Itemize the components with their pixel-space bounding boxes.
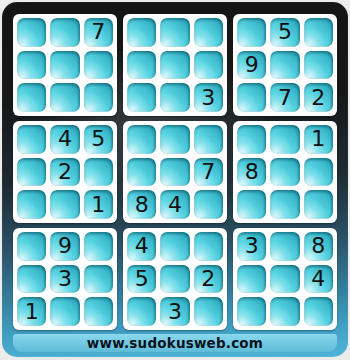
cell-r9c8[interactable]	[270, 297, 299, 326]
given-digit: 3	[168, 301, 182, 323]
cell-r6c9[interactable]	[304, 190, 333, 219]
cell-r7c9[interactable]: 8	[304, 232, 333, 261]
cell-r1c4[interactable]	[127, 18, 156, 47]
cell-r2c7[interactable]: 9	[237, 51, 266, 80]
given-digit: 3	[201, 87, 215, 109]
given-digit: 4	[311, 268, 325, 290]
cell-r7c5[interactable]	[160, 232, 189, 261]
cell-r1c8[interactable]: 5	[270, 18, 299, 47]
cell-r6c3[interactable]: 1	[84, 190, 113, 219]
cell-r7c3[interactable]	[84, 232, 113, 261]
cell-r9c2[interactable]	[50, 297, 79, 326]
box-3: 5972	[233, 14, 337, 116]
cell-r6c7[interactable]	[237, 190, 266, 219]
box-6: 18	[233, 121, 337, 223]
given-digit: 5	[91, 128, 105, 150]
cell-r3c8[interactable]: 7	[270, 83, 299, 112]
given-digit: 1	[311, 128, 325, 150]
cell-r4c5[interactable]	[160, 125, 189, 154]
cell-r8c6[interactable]: 2	[194, 265, 223, 294]
given-digit: 8	[245, 161, 259, 183]
cell-r9c1[interactable]: 1	[17, 297, 46, 326]
cell-r7c4[interactable]: 4	[127, 232, 156, 261]
cell-r5c7[interactable]: 8	[237, 158, 266, 187]
cell-r3c9[interactable]: 2	[304, 83, 333, 112]
box-2: 3	[123, 14, 227, 116]
cell-r1c7[interactable]	[237, 18, 266, 47]
cell-r8c2[interactable]: 3	[50, 265, 79, 294]
box-7: 931	[13, 228, 117, 330]
given-digit: 4	[168, 194, 182, 216]
given-digit: 8	[311, 235, 325, 257]
given-digit: 2	[311, 87, 325, 109]
cell-r2c5[interactable]	[160, 51, 189, 80]
cell-r6c4[interactable]: 8	[127, 190, 156, 219]
cell-r9c7[interactable]	[237, 297, 266, 326]
given-digit: 1	[25, 301, 39, 323]
given-digit: 9	[58, 235, 72, 257]
cell-r8c3[interactable]	[84, 265, 113, 294]
website-link[interactable]: www.sudokusweb.com	[87, 335, 263, 351]
given-digit: 3	[58, 268, 72, 290]
given-digit: 2	[201, 268, 215, 290]
given-digit: 8	[135, 194, 149, 216]
cell-r2c9[interactable]	[304, 51, 333, 80]
cell-r4c8[interactable]	[270, 125, 299, 154]
cell-r4c6[interactable]	[194, 125, 223, 154]
cell-r6c8[interactable]	[270, 190, 299, 219]
box-1: 7	[13, 14, 117, 116]
given-digit: 5	[278, 21, 292, 43]
given-digit: 7	[91, 21, 105, 43]
given-digit: 7	[201, 161, 215, 183]
cell-r9c3[interactable]	[84, 297, 113, 326]
cell-r4c9[interactable]: 1	[304, 125, 333, 154]
cell-r2c3[interactable]	[84, 51, 113, 80]
cell-r1c9[interactable]	[304, 18, 333, 47]
cell-r3c3[interactable]	[84, 83, 113, 112]
cell-r4c7[interactable]	[237, 125, 266, 154]
cell-r1c6[interactable]	[194, 18, 223, 47]
cell-r1c2[interactable]	[50, 18, 79, 47]
cell-r3c6[interactable]: 3	[194, 83, 223, 112]
cell-r6c5[interactable]: 4	[160, 190, 189, 219]
cell-r7c2[interactable]: 9	[50, 232, 79, 261]
cell-r5c3[interactable]	[84, 158, 113, 187]
cell-r9c9[interactable]	[304, 297, 333, 326]
given-digit: 1	[91, 194, 105, 216]
cell-r7c7[interactable]: 3	[237, 232, 266, 261]
cell-r8c7[interactable]	[237, 265, 266, 294]
cell-r3c5[interactable]	[160, 83, 189, 112]
cell-r5c2[interactable]: 2	[50, 158, 79, 187]
cell-r2c6[interactable]	[194, 51, 223, 80]
cell-r9c4[interactable]	[127, 297, 156, 326]
cell-r1c3[interactable]: 7	[84, 18, 113, 47]
cell-r7c1[interactable]	[17, 232, 46, 261]
box-4: 4521	[13, 121, 117, 223]
cell-r8c1[interactable]	[17, 265, 46, 294]
given-digit: 5	[135, 268, 149, 290]
cell-r1c5[interactable]	[160, 18, 189, 47]
cell-r4c1[interactable]	[17, 125, 46, 154]
cell-r3c1[interactable]	[17, 83, 46, 112]
cell-r4c2[interactable]: 4	[50, 125, 79, 154]
cell-r6c2[interactable]	[50, 190, 79, 219]
cell-r5c8[interactable]	[270, 158, 299, 187]
cell-r5c4[interactable]	[127, 158, 156, 187]
cell-r4c4[interactable]	[127, 125, 156, 154]
cell-r7c6[interactable]	[194, 232, 223, 261]
given-digit: 4	[135, 235, 149, 257]
cell-r2c4[interactable]	[127, 51, 156, 80]
given-digit: 9	[245, 54, 259, 76]
given-digit: 3	[245, 235, 259, 257]
sudoku-board: 7359724521784189314523384	[13, 14, 337, 330]
cell-r8c4[interactable]: 5	[127, 265, 156, 294]
cell-r6c1[interactable]	[17, 190, 46, 219]
cell-r1c1[interactable]	[17, 18, 46, 47]
cell-r5c6[interactable]: 7	[194, 158, 223, 187]
cell-r2c2[interactable]	[50, 51, 79, 80]
cell-r4c3[interactable]: 5	[84, 125, 113, 154]
cell-r8c9[interactable]: 4	[304, 265, 333, 294]
cell-r5c5[interactable]	[160, 158, 189, 187]
cell-r8c8[interactable]	[270, 265, 299, 294]
cell-r5c1[interactable]	[17, 158, 46, 187]
cell-r8c5[interactable]	[160, 265, 189, 294]
cell-r2c1[interactable]	[17, 51, 46, 80]
cell-r3c7[interactable]	[237, 83, 266, 112]
cell-r5c9[interactable]	[304, 158, 333, 187]
cell-r3c4[interactable]	[127, 83, 156, 112]
cell-r6c6[interactable]	[194, 190, 223, 219]
cell-r7c8[interactable]	[270, 232, 299, 261]
cell-r9c5[interactable]: 3	[160, 297, 189, 326]
cell-r2c8[interactable]	[270, 51, 299, 80]
cell-r3c2[interactable]	[50, 83, 79, 112]
footer-bar: www.sudokusweb.com	[13, 334, 337, 352]
given-digit: 7	[278, 87, 292, 109]
given-digit: 2	[58, 161, 72, 183]
box-9: 384	[233, 228, 337, 330]
cell-r9c6[interactable]	[194, 297, 223, 326]
box-5: 784	[123, 121, 227, 223]
given-digit: 4	[58, 128, 72, 150]
box-8: 4523	[123, 228, 227, 330]
